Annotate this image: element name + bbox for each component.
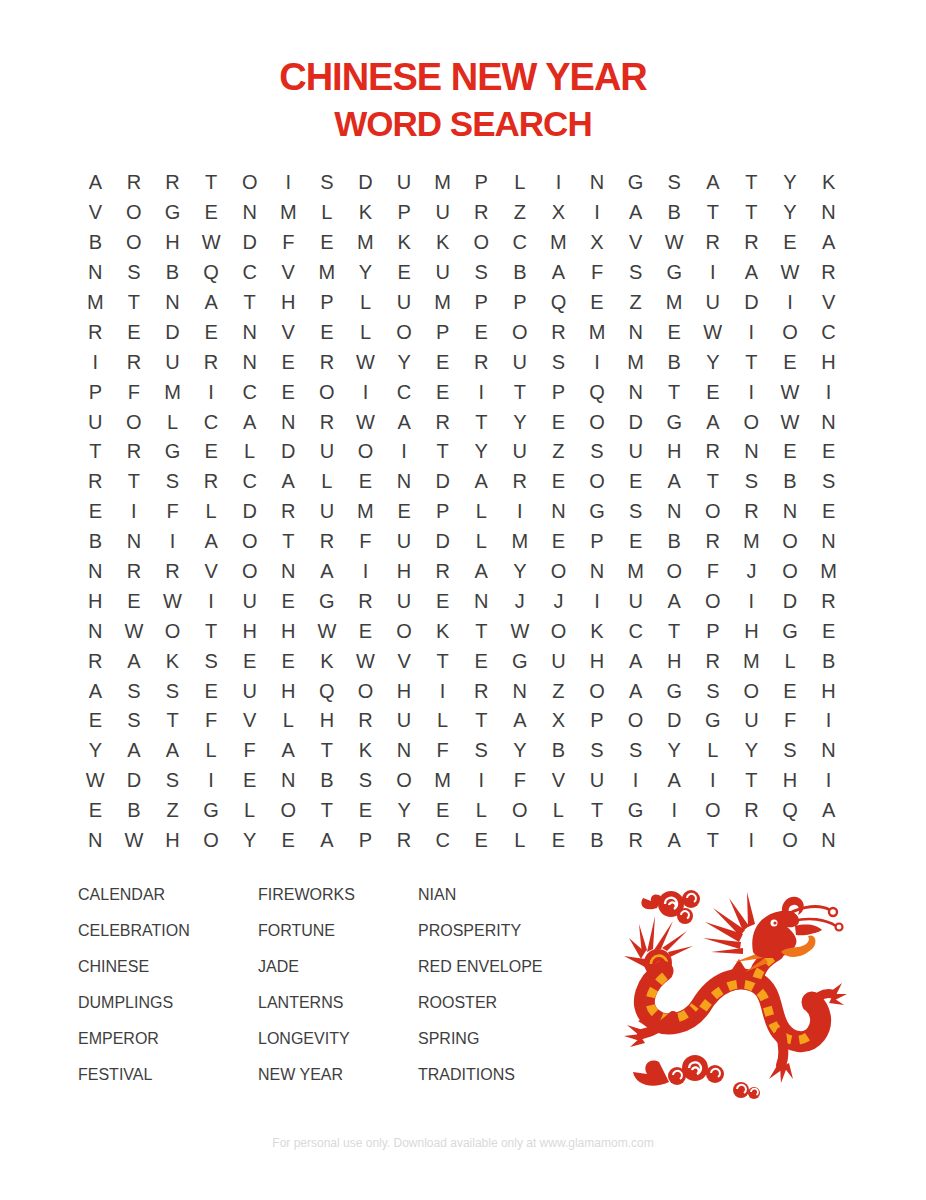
- grid-cell[interactable]: A: [462, 557, 501, 587]
- grid-cell[interactable]: N: [385, 736, 424, 766]
- grid-cell[interactable]: I: [578, 198, 617, 228]
- grid-cell[interactable]: R: [308, 527, 347, 557]
- grid-cell[interactable]: N: [732, 437, 771, 467]
- grid-cell[interactable]: E: [346, 616, 385, 646]
- grid-cell[interactable]: R: [115, 437, 154, 467]
- grid-cell[interactable]: M: [616, 557, 655, 587]
- grid-cell[interactable]: S: [578, 437, 617, 467]
- grid-cell[interactable]: W: [153, 586, 192, 616]
- grid-cell[interactable]: E: [115, 317, 154, 347]
- grid-cell[interactable]: U: [501, 347, 540, 377]
- grid-cell[interactable]: E: [308, 317, 347, 347]
- grid-cell[interactable]: Y: [771, 168, 810, 198]
- grid-cell[interactable]: Y: [732, 736, 771, 766]
- grid-cell[interactable]: R: [501, 467, 540, 497]
- grid-cell[interactable]: E: [809, 437, 848, 467]
- grid-cell[interactable]: A: [655, 467, 694, 497]
- grid-cell[interactable]: A: [115, 736, 154, 766]
- grid-cell[interactable]: R: [462, 347, 501, 377]
- grid-cell[interactable]: I: [771, 288, 810, 318]
- grid-cell[interactable]: L: [462, 527, 501, 557]
- grid-cell[interactable]: M: [153, 377, 192, 407]
- grid-cell[interactable]: Q: [192, 258, 231, 288]
- grid-cell[interactable]: L: [462, 497, 501, 527]
- grid-cell[interactable]: G: [771, 616, 810, 646]
- grid-cell[interactable]: N: [269, 766, 308, 796]
- grid-cell[interactable]: R: [153, 168, 192, 198]
- grid-cell[interactable]: U: [423, 198, 462, 228]
- grid-cell[interactable]: G: [308, 586, 347, 616]
- grid-cell[interactable]: Z: [616, 288, 655, 318]
- grid-cell[interactable]: A: [809, 796, 848, 826]
- grid-cell[interactable]: M: [655, 288, 694, 318]
- grid-cell[interactable]: R: [694, 437, 733, 467]
- grid-cell[interactable]: E: [771, 437, 810, 467]
- grid-cell[interactable]: O: [385, 317, 424, 347]
- grid-cell[interactable]: T: [732, 347, 771, 377]
- grid-cell[interactable]: P: [462, 168, 501, 198]
- grid-cell[interactable]: Y: [655, 736, 694, 766]
- grid-cell[interactable]: E: [192, 676, 231, 706]
- grid-cell[interactable]: A: [501, 706, 540, 736]
- grid-cell[interactable]: E: [578, 288, 617, 318]
- grid-cell[interactable]: L: [501, 168, 540, 198]
- grid-cell[interactable]: U: [308, 497, 347, 527]
- grid-cell[interactable]: O: [578, 676, 617, 706]
- grid-cell[interactable]: R: [732, 228, 771, 258]
- grid-cell[interactable]: T: [269, 527, 308, 557]
- grid-cell[interactable]: F: [423, 736, 462, 766]
- grid-cell[interactable]: L: [771, 646, 810, 676]
- grid-cell[interactable]: R: [423, 557, 462, 587]
- grid-cell[interactable]: Y: [462, 437, 501, 467]
- grid-cell[interactable]: H: [385, 557, 424, 587]
- grid-cell[interactable]: B: [76, 228, 115, 258]
- grid-cell[interactable]: L: [308, 467, 347, 497]
- grid-cell[interactable]: I: [192, 766, 231, 796]
- grid-cell[interactable]: M: [346, 497, 385, 527]
- grid-cell[interactable]: R: [809, 586, 848, 616]
- grid-cell[interactable]: F: [771, 706, 810, 736]
- grid-cell[interactable]: E: [462, 646, 501, 676]
- grid-cell[interactable]: T: [655, 377, 694, 407]
- grid-cell[interactable]: N: [76, 258, 115, 288]
- grid-cell[interactable]: I: [809, 766, 848, 796]
- grid-cell[interactable]: V: [809, 288, 848, 318]
- grid-cell[interactable]: X: [539, 198, 578, 228]
- grid-cell[interactable]: L: [269, 706, 308, 736]
- grid-cell[interactable]: L: [539, 796, 578, 826]
- grid-cell[interactable]: N: [269, 407, 308, 437]
- grid-cell[interactable]: O: [655, 557, 694, 587]
- grid-cell[interactable]: I: [732, 317, 771, 347]
- grid-cell[interactable]: N: [462, 586, 501, 616]
- grid-cell[interactable]: S: [308, 168, 347, 198]
- grid-cell[interactable]: O: [269, 796, 308, 826]
- grid-cell[interactable]: N: [501, 676, 540, 706]
- grid-cell[interactable]: W: [76, 766, 115, 796]
- grid-cell[interactable]: S: [578, 736, 617, 766]
- grid-cell[interactable]: O: [771, 826, 810, 856]
- grid-cell[interactable]: E: [694, 377, 733, 407]
- grid-cell[interactable]: E: [269, 586, 308, 616]
- grid-cell[interactable]: R: [192, 347, 231, 377]
- grid-cell[interactable]: W: [501, 616, 540, 646]
- grid-cell[interactable]: Y: [230, 826, 269, 856]
- grid-cell[interactable]: B: [115, 796, 154, 826]
- grid-cell[interactable]: N: [230, 347, 269, 377]
- grid-cell[interactable]: H: [269, 676, 308, 706]
- grid-cell[interactable]: E: [230, 646, 269, 676]
- grid-cell[interactable]: B: [655, 347, 694, 377]
- grid-cell[interactable]: O: [501, 796, 540, 826]
- grid-cell[interactable]: R: [76, 317, 115, 347]
- grid-cell[interactable]: S: [115, 676, 154, 706]
- grid-cell[interactable]: Y: [501, 407, 540, 437]
- grid-cell[interactable]: M: [76, 288, 115, 318]
- grid-cell[interactable]: I: [578, 347, 617, 377]
- grid-cell[interactable]: E: [809, 616, 848, 646]
- grid-cell[interactable]: C: [616, 616, 655, 646]
- grid-cell[interactable]: M: [616, 347, 655, 377]
- grid-cell[interactable]: S: [153, 676, 192, 706]
- grid-cell[interactable]: E: [346, 467, 385, 497]
- grid-cell[interactable]: N: [616, 377, 655, 407]
- grid-cell[interactable]: P: [539, 377, 578, 407]
- grid-cell[interactable]: M: [308, 258, 347, 288]
- grid-cell[interactable]: S: [732, 467, 771, 497]
- grid-cell[interactable]: O: [385, 616, 424, 646]
- grid-cell[interactable]: O: [346, 676, 385, 706]
- grid-cell[interactable]: Y: [501, 736, 540, 766]
- grid-cell[interactable]: Y: [346, 258, 385, 288]
- grid-cell[interactable]: R: [308, 407, 347, 437]
- grid-cell[interactable]: T: [308, 736, 347, 766]
- grid-cell[interactable]: W: [115, 616, 154, 646]
- grid-cell[interactable]: O: [153, 616, 192, 646]
- grid-cell[interactable]: H: [76, 586, 115, 616]
- grid-cell[interactable]: R: [694, 646, 733, 676]
- grid-cell[interactable]: A: [539, 258, 578, 288]
- grid-cell[interactable]: V: [269, 317, 308, 347]
- grid-cell[interactable]: U: [308, 437, 347, 467]
- grid-cell[interactable]: N: [578, 557, 617, 587]
- grid-cell[interactable]: C: [230, 258, 269, 288]
- grid-cell[interactable]: L: [462, 796, 501, 826]
- grid-cell[interactable]: Y: [771, 198, 810, 228]
- grid-cell[interactable]: R: [76, 646, 115, 676]
- grid-cell[interactable]: R: [153, 557, 192, 587]
- grid-cell[interactable]: Z: [153, 796, 192, 826]
- grid-cell[interactable]: H: [732, 616, 771, 646]
- grid-cell[interactable]: D: [732, 288, 771, 318]
- grid-cell[interactable]: M: [809, 557, 848, 587]
- grid-cell[interactable]: N: [771, 497, 810, 527]
- grid-cell[interactable]: M: [501, 527, 540, 557]
- grid-cell[interactable]: T: [423, 437, 462, 467]
- grid-cell[interactable]: H: [809, 676, 848, 706]
- grid-cell[interactable]: N: [809, 407, 848, 437]
- grid-cell[interactable]: H: [153, 826, 192, 856]
- grid-cell[interactable]: F: [346, 527, 385, 557]
- grid-cell[interactable]: K: [346, 736, 385, 766]
- grid-cell[interactable]: D: [269, 437, 308, 467]
- grid-cell[interactable]: F: [230, 736, 269, 766]
- grid-cell[interactable]: A: [308, 557, 347, 587]
- grid-cell[interactable]: D: [230, 497, 269, 527]
- grid-cell[interactable]: R: [732, 497, 771, 527]
- grid-cell[interactable]: T: [732, 198, 771, 228]
- grid-cell[interactable]: I: [501, 497, 540, 527]
- grid-cell[interactable]: S: [809, 467, 848, 497]
- grid-cell[interactable]: N: [230, 198, 269, 228]
- grid-cell[interactable]: A: [269, 736, 308, 766]
- grid-cell[interactable]: T: [694, 467, 733, 497]
- grid-cell[interactable]: R: [732, 796, 771, 826]
- grid-cell[interactable]: E: [269, 377, 308, 407]
- grid-cell[interactable]: F: [115, 377, 154, 407]
- grid-cell[interactable]: G: [616, 796, 655, 826]
- grid-cell[interactable]: L: [346, 317, 385, 347]
- grid-cell[interactable]: G: [501, 646, 540, 676]
- grid-cell[interactable]: J: [732, 557, 771, 587]
- grid-cell[interactable]: H: [771, 766, 810, 796]
- grid-cell[interactable]: E: [539, 527, 578, 557]
- grid-cell[interactable]: T: [192, 616, 231, 646]
- grid-cell[interactable]: P: [346, 826, 385, 856]
- grid-cell[interactable]: A: [694, 168, 733, 198]
- grid-cell[interactable]: A: [192, 288, 231, 318]
- grid-cell[interactable]: O: [616, 706, 655, 736]
- grid-cell[interactable]: H: [655, 646, 694, 676]
- grid-cell[interactable]: S: [616, 497, 655, 527]
- grid-cell[interactable]: M: [732, 646, 771, 676]
- grid-cell[interactable]: G: [655, 258, 694, 288]
- grid-cell[interactable]: D: [771, 586, 810, 616]
- grid-cell[interactable]: S: [771, 736, 810, 766]
- grid-cell[interactable]: R: [694, 527, 733, 557]
- grid-cell[interactable]: R: [385, 826, 424, 856]
- grid-cell[interactable]: T: [578, 796, 617, 826]
- grid-cell[interactable]: U: [732, 706, 771, 736]
- grid-cell[interactable]: N: [269, 557, 308, 587]
- grid-cell[interactable]: E: [192, 317, 231, 347]
- grid-cell[interactable]: R: [694, 228, 733, 258]
- grid-cell[interactable]: L: [230, 437, 269, 467]
- grid-cell[interactable]: I: [462, 377, 501, 407]
- grid-cell[interactable]: D: [115, 766, 154, 796]
- grid-cell[interactable]: O: [115, 228, 154, 258]
- grid-cell[interactable]: R: [539, 317, 578, 347]
- grid-cell[interactable]: N: [809, 198, 848, 228]
- grid-cell[interactable]: R: [115, 168, 154, 198]
- grid-cell[interactable]: I: [346, 557, 385, 587]
- grid-cell[interactable]: T: [655, 616, 694, 646]
- grid-cell[interactable]: I: [809, 377, 848, 407]
- grid-cell[interactable]: A: [385, 407, 424, 437]
- grid-cell[interactable]: H: [230, 616, 269, 646]
- grid-cell[interactable]: O: [694, 586, 733, 616]
- grid-cell[interactable]: I: [423, 676, 462, 706]
- grid-cell[interactable]: N: [539, 497, 578, 527]
- grid-cell[interactable]: O: [230, 557, 269, 587]
- grid-cell[interactable]: I: [616, 766, 655, 796]
- grid-cell[interactable]: D: [423, 467, 462, 497]
- grid-cell[interactable]: A: [462, 467, 501, 497]
- grid-cell[interactable]: A: [694, 407, 733, 437]
- grid-cell[interactable]: A: [655, 586, 694, 616]
- grid-cell[interactable]: W: [115, 826, 154, 856]
- grid-cell[interactable]: E: [423, 377, 462, 407]
- grid-cell[interactable]: I: [192, 586, 231, 616]
- grid-cell[interactable]: P: [423, 497, 462, 527]
- grid-cell[interactable]: U: [423, 258, 462, 288]
- grid-cell[interactable]: O: [230, 527, 269, 557]
- grid-cell[interactable]: U: [230, 586, 269, 616]
- grid-cell[interactable]: Y: [501, 557, 540, 587]
- grid-cell[interactable]: T: [230, 288, 269, 318]
- grid-cell[interactable]: N: [385, 467, 424, 497]
- grid-cell[interactable]: V: [192, 557, 231, 587]
- grid-cell[interactable]: P: [578, 527, 617, 557]
- grid-cell[interactable]: E: [616, 527, 655, 557]
- grid-cell[interactable]: Z: [501, 198, 540, 228]
- grid-cell[interactable]: A: [192, 527, 231, 557]
- grid-cell[interactable]: I: [192, 377, 231, 407]
- grid-cell[interactable]: N: [153, 288, 192, 318]
- grid-cell[interactable]: D: [655, 706, 694, 736]
- grid-cell[interactable]: S: [616, 736, 655, 766]
- grid-cell[interactable]: E: [76, 706, 115, 736]
- grid-cell[interactable]: O: [115, 407, 154, 437]
- grid-cell[interactable]: T: [308, 796, 347, 826]
- grid-cell[interactable]: M: [732, 527, 771, 557]
- grid-cell[interactable]: W: [346, 407, 385, 437]
- grid-cell[interactable]: L: [423, 706, 462, 736]
- grid-cell[interactable]: N: [809, 527, 848, 557]
- grid-cell[interactable]: J: [539, 586, 578, 616]
- grid-cell[interactable]: B: [578, 826, 617, 856]
- grid-cell[interactable]: E: [269, 826, 308, 856]
- grid-cell[interactable]: S: [655, 168, 694, 198]
- grid-cell[interactable]: L: [192, 497, 231, 527]
- grid-cell[interactable]: L: [230, 796, 269, 826]
- grid-cell[interactable]: R: [308, 347, 347, 377]
- grid-cell[interactable]: P: [76, 377, 115, 407]
- grid-cell[interactable]: E: [115, 586, 154, 616]
- grid-cell[interactable]: A: [115, 646, 154, 676]
- grid-cell[interactable]: E: [192, 198, 231, 228]
- grid-cell[interactable]: U: [539, 646, 578, 676]
- grid-cell[interactable]: I: [462, 766, 501, 796]
- grid-cell[interactable]: O: [694, 497, 733, 527]
- grid-cell[interactable]: M: [346, 228, 385, 258]
- grid-cell[interactable]: O: [501, 317, 540, 347]
- grid-cell[interactable]: S: [694, 676, 733, 706]
- grid-cell[interactable]: B: [771, 467, 810, 497]
- grid-cell[interactable]: A: [616, 198, 655, 228]
- grid-cell[interactable]: L: [694, 736, 733, 766]
- grid-cell[interactable]: G: [153, 437, 192, 467]
- grid-cell[interactable]: B: [76, 527, 115, 557]
- grid-cell[interactable]: U: [578, 766, 617, 796]
- grid-cell[interactable]: R: [809, 258, 848, 288]
- grid-cell[interactable]: Q: [578, 377, 617, 407]
- grid-cell[interactable]: E: [539, 467, 578, 497]
- grid-cell[interactable]: R: [346, 706, 385, 736]
- grid-cell[interactable]: W: [346, 646, 385, 676]
- grid-cell[interactable]: W: [346, 347, 385, 377]
- grid-cell[interactable]: U: [385, 168, 424, 198]
- grid-cell[interactable]: F: [269, 228, 308, 258]
- grid-cell[interactable]: T: [192, 168, 231, 198]
- grid-cell[interactable]: Y: [76, 736, 115, 766]
- grid-cell[interactable]: G: [153, 198, 192, 228]
- grid-cell[interactable]: T: [694, 826, 733, 856]
- grid-cell[interactable]: H: [578, 646, 617, 676]
- grid-cell[interactable]: N: [76, 826, 115, 856]
- grid-cell[interactable]: E: [192, 437, 231, 467]
- grid-cell[interactable]: S: [462, 258, 501, 288]
- grid-cell[interactable]: S: [153, 467, 192, 497]
- grid-cell[interactable]: G: [192, 796, 231, 826]
- grid-cell[interactable]: A: [308, 826, 347, 856]
- grid-cell[interactable]: F: [694, 557, 733, 587]
- grid-cell[interactable]: C: [230, 467, 269, 497]
- grid-cell[interactable]: I: [578, 586, 617, 616]
- grid-cell[interactable]: B: [655, 198, 694, 228]
- grid-cell[interactable]: I: [732, 377, 771, 407]
- grid-cell[interactable]: C: [501, 228, 540, 258]
- grid-cell[interactable]: B: [153, 258, 192, 288]
- grid-cell[interactable]: N: [578, 168, 617, 198]
- grid-cell[interactable]: S: [192, 646, 231, 676]
- grid-cell[interactable]: A: [76, 676, 115, 706]
- grid-cell[interactable]: H: [385, 676, 424, 706]
- grid-cell[interactable]: R: [616, 826, 655, 856]
- grid-cell[interactable]: E: [230, 766, 269, 796]
- grid-cell[interactable]: N: [809, 826, 848, 856]
- grid-cell[interactable]: A: [732, 258, 771, 288]
- grid-cell[interactable]: V: [76, 198, 115, 228]
- grid-cell[interactable]: I: [269, 168, 308, 198]
- grid-cell[interactable]: O: [539, 557, 578, 587]
- grid-cell[interactable]: G: [578, 497, 617, 527]
- grid-cell[interactable]: U: [616, 586, 655, 616]
- grid-cell[interactable]: O: [308, 377, 347, 407]
- grid-cell[interactable]: U: [153, 347, 192, 377]
- grid-cell[interactable]: G: [616, 168, 655, 198]
- grid-cell[interactable]: M: [423, 288, 462, 318]
- grid-cell[interactable]: M: [578, 317, 617, 347]
- grid-cell[interactable]: K: [346, 198, 385, 228]
- grid-cell[interactable]: W: [655, 228, 694, 258]
- grid-cell[interactable]: L: [501, 826, 540, 856]
- grid-cell[interactable]: R: [462, 676, 501, 706]
- grid-cell[interactable]: U: [385, 288, 424, 318]
- grid-cell[interactable]: E: [539, 826, 578, 856]
- grid-cell[interactable]: F: [153, 497, 192, 527]
- grid-cell[interactable]: U: [385, 706, 424, 736]
- grid-cell[interactable]: Y: [694, 347, 733, 377]
- grid-cell[interactable]: S: [115, 706, 154, 736]
- grid-cell[interactable]: A: [230, 407, 269, 437]
- grid-cell[interactable]: G: [655, 407, 694, 437]
- grid-cell[interactable]: K: [578, 616, 617, 646]
- grid-cell[interactable]: F: [192, 706, 231, 736]
- grid-cell[interactable]: O: [462, 228, 501, 258]
- grid-cell[interactable]: U: [501, 437, 540, 467]
